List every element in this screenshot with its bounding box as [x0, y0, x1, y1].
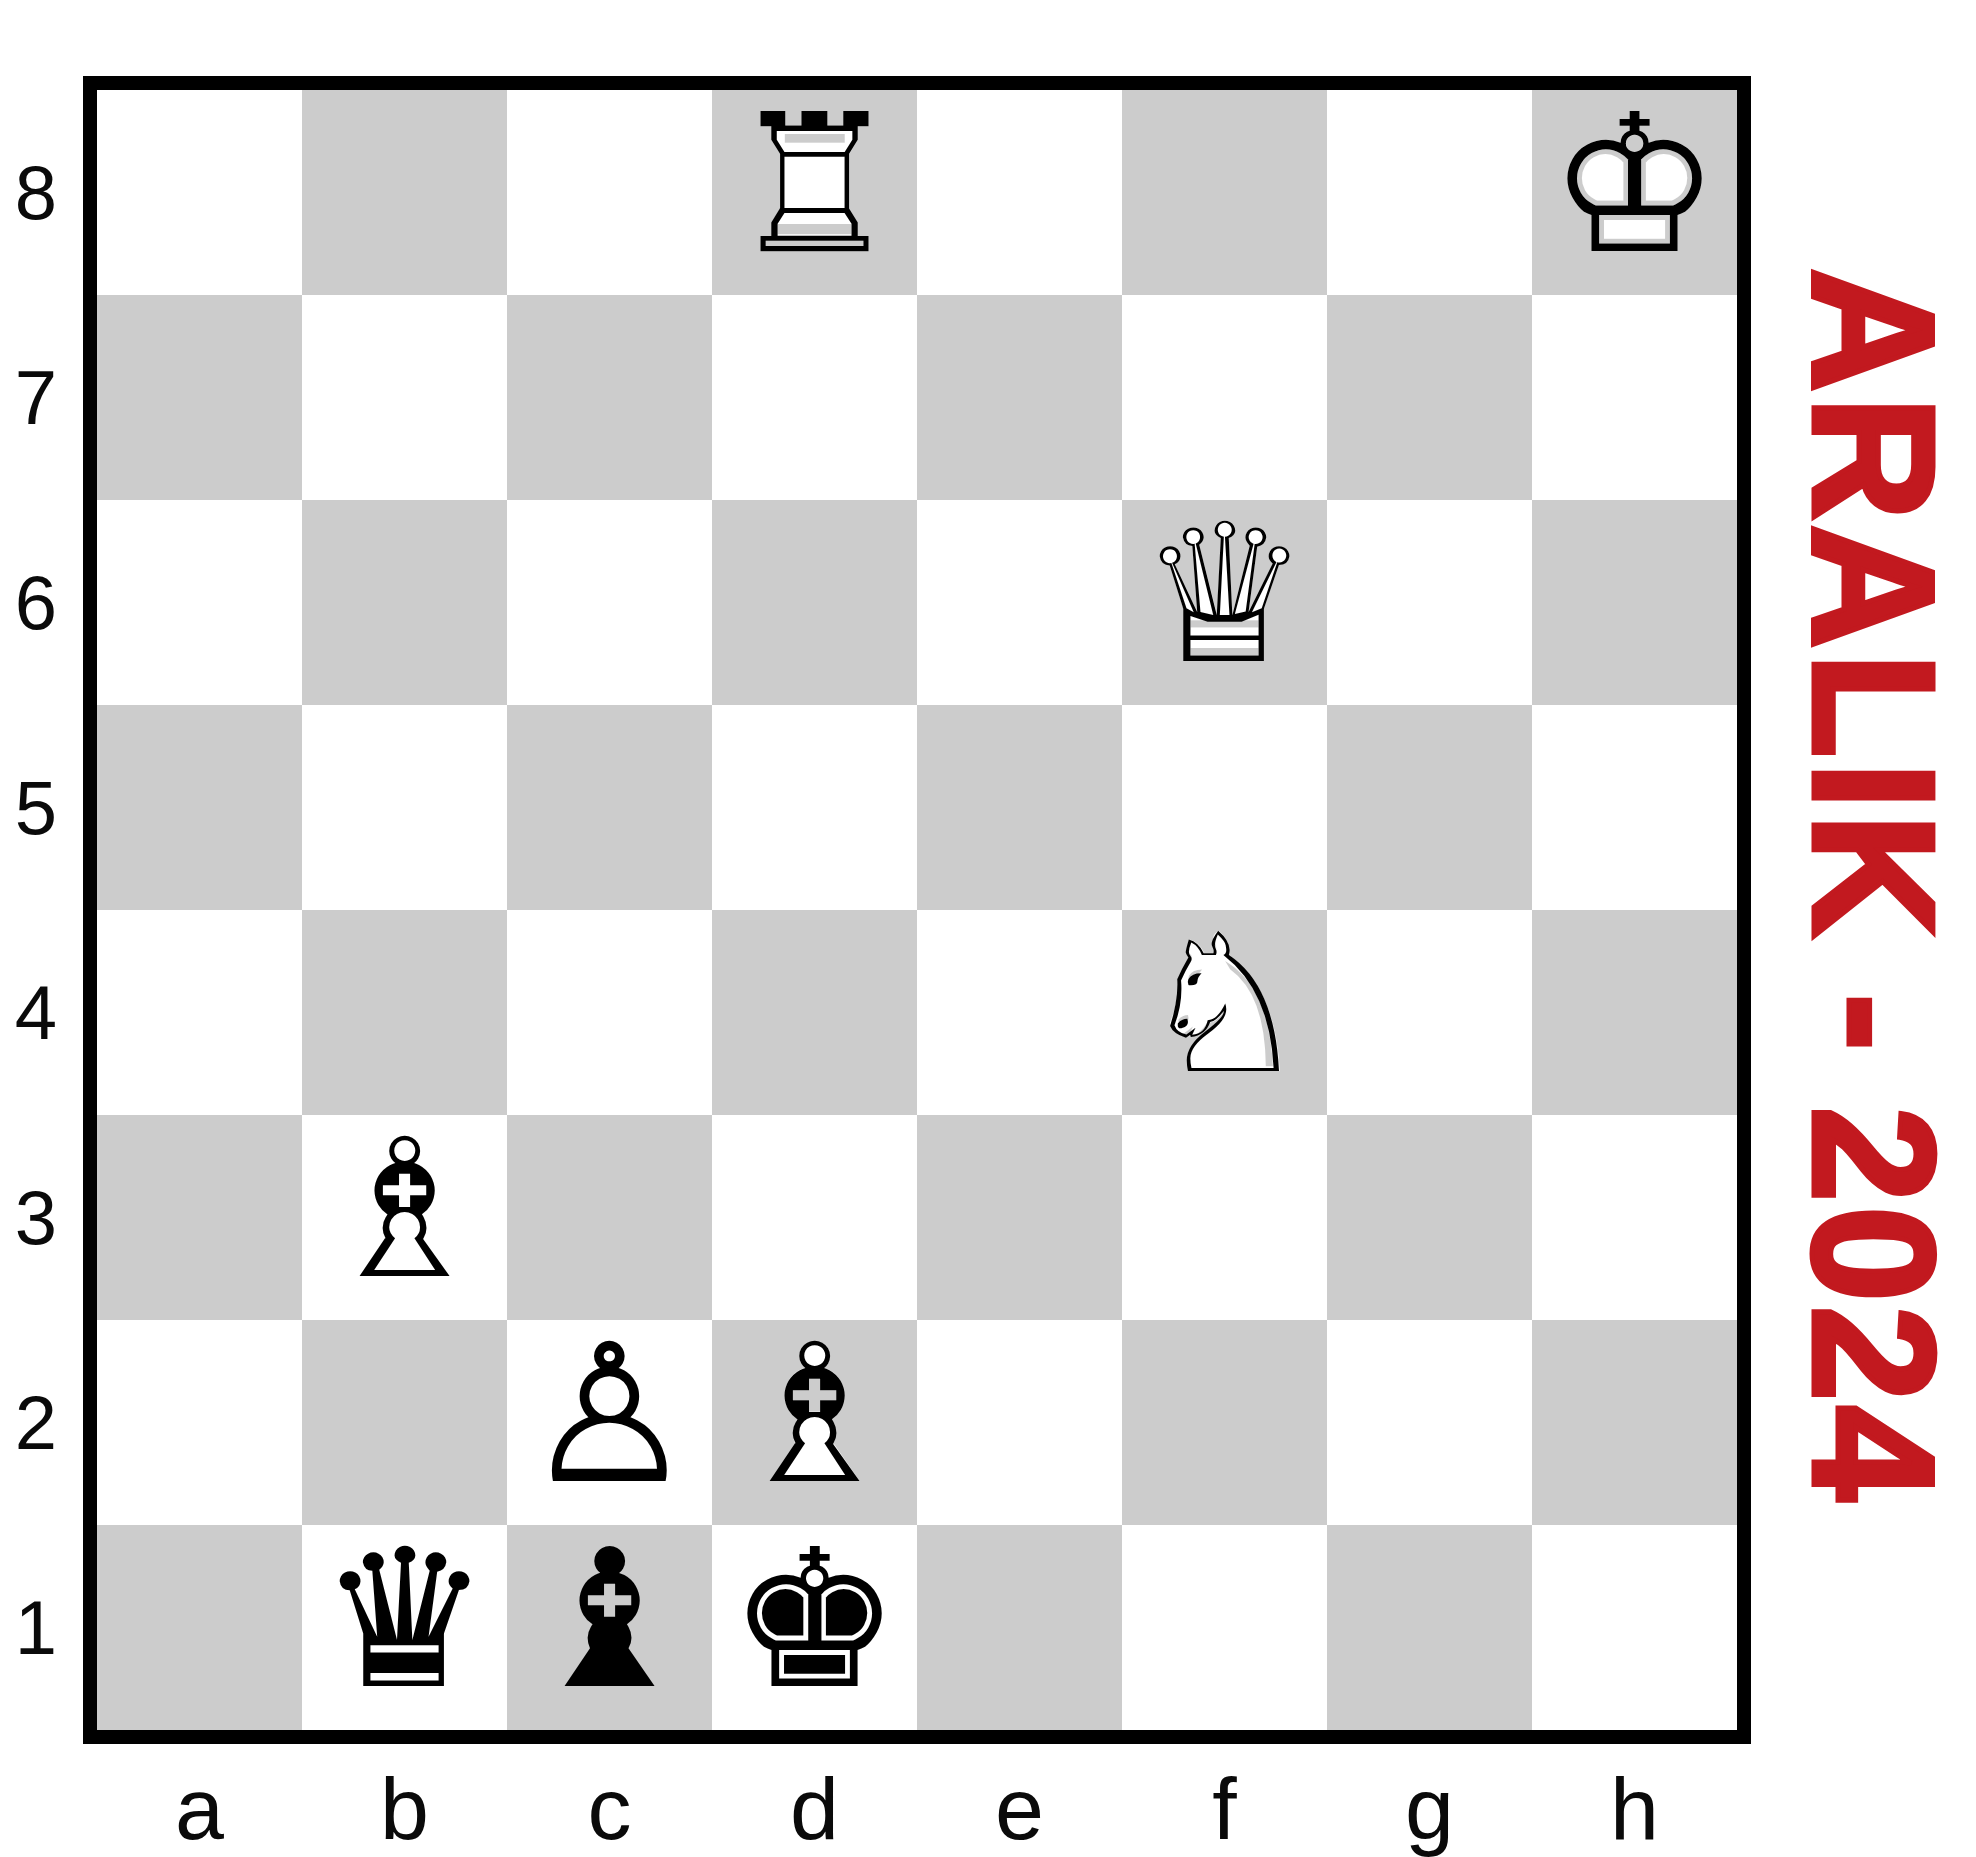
square-b2	[302, 1320, 507, 1525]
square-e3	[917, 1115, 1122, 1320]
square-e7	[917, 295, 1122, 500]
square-g6	[1327, 500, 1532, 705]
piece-black-bishop: ♝	[507, 1525, 712, 1730]
square-c1: ♝	[507, 1525, 712, 1730]
square-a4	[97, 910, 302, 1115]
piece-outline-layer: ♖	[728, 89, 900, 281]
piece-solid-layer: ♚	[728, 1524, 900, 1716]
file-label-e: e	[917, 1758, 1122, 1857]
piece-white-rook: ♜♖	[712, 90, 917, 295]
file-label-b: b	[302, 1758, 507, 1857]
piece-black-king: ♚	[712, 1525, 917, 1730]
square-g8	[1327, 90, 1532, 295]
square-h7	[1532, 295, 1737, 500]
square-a2	[97, 1320, 302, 1525]
piece-outline-layer: ♗	[728, 1319, 900, 1511]
chess-board: ♜♖♚♔♛♕♞♘♝♗♟♙♝♗♛♝♚	[83, 76, 1751, 1744]
square-a7	[97, 295, 302, 500]
square-h3	[1532, 1115, 1737, 1320]
rank-labels: 87654321	[0, 90, 72, 1730]
square-a8	[97, 90, 302, 295]
square-g3	[1327, 1115, 1532, 1320]
file-label-h: h	[1532, 1758, 1737, 1857]
piece-solid-layer: ♝	[523, 1524, 695, 1716]
square-g4	[1327, 910, 1532, 1115]
piece-white-knight: ♞♘	[1122, 910, 1327, 1115]
piece-white-queen: ♛♕	[1122, 500, 1327, 705]
piece-white-pawn: ♟♙	[507, 1320, 712, 1525]
square-d1: ♚	[712, 1525, 917, 1730]
piece-outline-layer: ♘	[1138, 909, 1310, 1101]
square-f8	[1122, 90, 1327, 295]
square-c6	[507, 500, 712, 705]
square-c5	[507, 705, 712, 910]
square-b3: ♝♗	[302, 1115, 507, 1320]
square-d5	[712, 705, 917, 910]
file-labels: abcdefgh	[97, 1758, 1737, 1854]
square-h4	[1532, 910, 1737, 1115]
square-h2	[1532, 1320, 1737, 1525]
square-h1	[1532, 1525, 1737, 1730]
square-c3	[507, 1115, 712, 1320]
square-b6	[302, 500, 507, 705]
square-c4	[507, 910, 712, 1115]
rank-label-2: 2	[0, 1320, 72, 1525]
square-f4: ♞♘	[1122, 910, 1327, 1115]
square-d7	[712, 295, 917, 500]
square-b8	[302, 90, 507, 295]
rank-label-6: 6	[0, 500, 72, 705]
file-label-f: f	[1122, 1758, 1327, 1857]
square-g7	[1327, 295, 1532, 500]
square-d2: ♝♗	[712, 1320, 917, 1525]
piece-white-king: ♚♔	[1532, 90, 1737, 295]
square-c8	[507, 90, 712, 295]
rank-label-8: 8	[0, 90, 72, 295]
square-f1	[1122, 1525, 1327, 1730]
square-a5	[97, 705, 302, 910]
chess-diagram-page: 87654321 ♜♖♚♔♛♕♞♘♝♗♟♙♝♗♛♝♚ abcdefgh ARAL…	[0, 0, 1976, 1857]
square-h8: ♚♔	[1532, 90, 1737, 295]
square-e6	[917, 500, 1122, 705]
piece-black-queen: ♛	[302, 1525, 507, 1730]
square-f2	[1122, 1320, 1327, 1525]
square-d4	[712, 910, 917, 1115]
file-label-a: a	[97, 1758, 302, 1857]
square-d3	[712, 1115, 917, 1320]
square-b1: ♛	[302, 1525, 507, 1730]
square-f6: ♛♕	[1122, 500, 1327, 705]
square-h6	[1532, 500, 1737, 705]
square-f7	[1122, 295, 1327, 500]
piece-outline-layer: ♙	[523, 1319, 695, 1511]
square-b7	[302, 295, 507, 500]
square-f5	[1122, 705, 1327, 910]
square-a1	[97, 1525, 302, 1730]
square-g5	[1327, 705, 1532, 910]
rank-label-4: 4	[0, 910, 72, 1115]
square-e1	[917, 1525, 1122, 1730]
file-label-d: d	[712, 1758, 917, 1857]
rank-label-3: 3	[0, 1115, 72, 1320]
square-e8	[917, 90, 1122, 295]
file-label-g: g	[1327, 1758, 1532, 1857]
square-g1	[1327, 1525, 1532, 1730]
square-e2	[917, 1320, 1122, 1525]
rank-label-7: 7	[0, 295, 72, 500]
piece-outline-layer: ♕	[1138, 499, 1310, 691]
square-g2	[1327, 1320, 1532, 1525]
square-c7	[507, 295, 712, 500]
square-a3	[97, 1115, 302, 1320]
square-d8: ♜♖	[712, 90, 917, 295]
diagram-caption: ARALIK - 2024	[1788, 268, 1960, 1588]
rank-label-5: 5	[0, 705, 72, 910]
square-a6	[97, 500, 302, 705]
square-b5	[302, 705, 507, 910]
square-b4	[302, 910, 507, 1115]
square-e4	[917, 910, 1122, 1115]
piece-solid-layer: ♛	[318, 1524, 490, 1716]
file-label-c: c	[507, 1758, 712, 1857]
square-c2: ♟♙	[507, 1320, 712, 1525]
square-e5	[917, 705, 1122, 910]
piece-white-bishop: ♝♗	[302, 1115, 507, 1320]
square-h5	[1532, 705, 1737, 910]
square-f3	[1122, 1115, 1327, 1320]
piece-outline-layer: ♗	[318, 1114, 490, 1306]
rank-label-1: 1	[0, 1525, 72, 1730]
square-d6	[712, 500, 917, 705]
piece-white-bishop: ♝♗	[712, 1320, 917, 1525]
piece-outline-layer: ♔	[1548, 89, 1720, 281]
